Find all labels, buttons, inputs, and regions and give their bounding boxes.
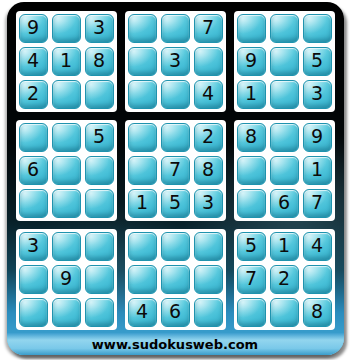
given-digit: 7 <box>311 193 323 212</box>
given-digit: 1 <box>245 84 257 103</box>
cell-r5c6[interactable]: 8 <box>194 156 223 185</box>
cell-r4c2[interactable] <box>52 123 81 152</box>
given-digit: 3 <box>202 193 214 212</box>
cell-r3c4[interactable] <box>128 80 157 109</box>
cell-r9c7[interactable] <box>237 298 266 327</box>
cell-r8c3[interactable] <box>85 265 114 294</box>
cell-r7c8[interactable]: 1 <box>270 232 299 261</box>
cell-r6c2[interactable] <box>52 189 81 218</box>
given-digit: 8 <box>93 51 105 70</box>
cell-r1c6[interactable]: 7 <box>194 14 223 43</box>
given-digit: 5 <box>311 51 323 70</box>
cell-r2c2[interactable]: 1 <box>52 47 81 76</box>
given-digit: 4 <box>27 51 39 70</box>
cell-r2c8[interactable] <box>270 47 299 76</box>
cell-r5c7[interactable] <box>237 156 266 185</box>
given-digit: 4 <box>202 84 214 103</box>
cell-r8c5[interactable] <box>161 265 190 294</box>
cell-r2c5[interactable]: 3 <box>161 47 190 76</box>
cell-r8c1[interactable] <box>19 265 48 294</box>
box-3-2: 46 <box>125 229 226 330</box>
cell-r2c9[interactable]: 5 <box>303 47 332 76</box>
cell-r2c7[interactable]: 9 <box>237 47 266 76</box>
cell-r3c1[interactable]: 2 <box>19 80 48 109</box>
cell-r6c8[interactable]: 6 <box>270 189 299 218</box>
given-digit: 4 <box>136 302 148 321</box>
given-digit: 9 <box>27 18 39 37</box>
cell-r1c4[interactable] <box>128 14 157 43</box>
cell-r8c4[interactable] <box>128 265 157 294</box>
cell-r9c8[interactable] <box>270 298 299 327</box>
footer-bar: www.sudokusweb.com <box>7 333 344 355</box>
box-2-3: 89167 <box>234 120 335 221</box>
given-digit: 3 <box>311 84 323 103</box>
cell-r8c7[interactable]: 7 <box>237 265 266 294</box>
cell-r3c5[interactable] <box>161 80 190 109</box>
cell-r6c9[interactable]: 7 <box>303 189 332 218</box>
cell-r9c4[interactable]: 4 <box>128 298 157 327</box>
cell-r5c1[interactable]: 6 <box>19 156 48 185</box>
given-digit: 8 <box>245 127 257 146</box>
cell-r4c1[interactable] <box>19 123 48 152</box>
cell-r8c2[interactable]: 9 <box>52 265 81 294</box>
sudoku-app: 934182734951356278153891673946514728 www… <box>7 2 344 355</box>
given-digit: 3 <box>93 18 105 37</box>
cell-r3c3[interactable] <box>85 80 114 109</box>
cell-r8c6[interactable] <box>194 265 223 294</box>
cell-r8c9[interactable] <box>303 265 332 294</box>
given-digit: 8 <box>202 160 214 179</box>
given-digit: 4 <box>311 236 323 255</box>
box-3-3: 514728 <box>234 229 335 330</box>
cell-r6c6[interactable]: 3 <box>194 189 223 218</box>
box-2-2: 278153 <box>125 120 226 221</box>
given-digit: 6 <box>169 302 181 321</box>
given-digit: 1 <box>278 236 290 255</box>
box-1-2: 734 <box>125 11 226 112</box>
cell-r4c6[interactable]: 2 <box>194 123 223 152</box>
cell-r1c7[interactable] <box>237 14 266 43</box>
cell-r1c9[interactable] <box>303 14 332 43</box>
cell-r4c8[interactable] <box>270 123 299 152</box>
given-digit: 2 <box>27 84 39 103</box>
cell-r3c9[interactable]: 3 <box>303 80 332 109</box>
cell-r6c1[interactable] <box>19 189 48 218</box>
given-digit: 7 <box>202 18 214 37</box>
cell-r6c3[interactable] <box>85 189 114 218</box>
cell-r5c3[interactable] <box>85 156 114 185</box>
cell-r5c8[interactable] <box>270 156 299 185</box>
given-digit: 7 <box>169 160 181 179</box>
given-digit: 2 <box>278 269 290 288</box>
cell-r6c4[interactable]: 1 <box>128 189 157 218</box>
cell-r7c1[interactable]: 3 <box>19 232 48 261</box>
cell-r6c5[interactable]: 5 <box>161 189 190 218</box>
cell-r6c7[interactable] <box>237 189 266 218</box>
given-digit: 7 <box>245 269 257 288</box>
cell-r7c3[interactable] <box>85 232 114 261</box>
given-digit: 1 <box>311 160 323 179</box>
cell-r2c1[interactable]: 4 <box>19 47 48 76</box>
cell-r5c2[interactable] <box>52 156 81 185</box>
given-digit: 6 <box>278 193 290 212</box>
sudoku-board: 934182734951356278153891673946514728 <box>16 11 335 330</box>
box-3-1: 39 <box>16 229 117 330</box>
cell-r3c8[interactable] <box>270 80 299 109</box>
cell-r2c4[interactable] <box>128 47 157 76</box>
box-2-1: 56 <box>16 120 117 221</box>
given-digit: 5 <box>169 193 181 212</box>
given-digit: 1 <box>136 193 148 212</box>
box-1-3: 9513 <box>234 11 335 112</box>
cell-r2c6[interactable] <box>194 47 223 76</box>
footer-url[interactable]: www.sudokusweb.com <box>92 337 258 352</box>
cell-r7c9[interactable]: 4 <box>303 232 332 261</box>
cell-r4c4[interactable] <box>128 123 157 152</box>
given-digit: 9 <box>245 51 257 70</box>
cell-r2c3[interactable]: 8 <box>85 47 114 76</box>
cell-r5c4[interactable] <box>128 156 157 185</box>
cell-r4c3[interactable]: 5 <box>85 123 114 152</box>
cell-r4c9[interactable]: 9 <box>303 123 332 152</box>
given-digit: 3 <box>27 236 39 255</box>
cell-r7c4[interactable] <box>128 232 157 261</box>
cell-r1c2[interactable] <box>52 14 81 43</box>
cell-r1c8[interactable] <box>270 14 299 43</box>
cell-r9c9[interactable]: 8 <box>303 298 332 327</box>
given-digit: 8 <box>311 302 323 321</box>
cell-r4c7[interactable]: 8 <box>237 123 266 152</box>
cell-r4c5[interactable] <box>161 123 190 152</box>
cell-r7c6[interactable] <box>194 232 223 261</box>
given-digit: 5 <box>93 127 105 146</box>
cell-r5c5[interactable]: 7 <box>161 156 190 185</box>
cell-r9c6[interactable] <box>194 298 223 327</box>
cell-r3c7[interactable]: 1 <box>237 80 266 109</box>
cell-r3c6[interactable]: 4 <box>194 80 223 109</box>
cell-r9c2[interactable] <box>52 298 81 327</box>
cell-r9c1[interactable] <box>19 298 48 327</box>
cell-r8c8[interactable]: 2 <box>270 265 299 294</box>
cell-r9c3[interactable] <box>85 298 114 327</box>
cell-r7c2[interactable] <box>52 232 81 261</box>
given-digit: 3 <box>169 51 181 70</box>
box-1-1: 934182 <box>16 11 117 112</box>
given-digit: 2 <box>202 127 214 146</box>
cell-r9c5[interactable]: 6 <box>161 298 190 327</box>
cell-r7c5[interactable] <box>161 232 190 261</box>
given-digit: 1 <box>60 51 72 70</box>
cell-r1c3[interactable]: 3 <box>85 14 114 43</box>
given-digit: 9 <box>311 127 323 146</box>
cell-r7c7[interactable]: 5 <box>237 232 266 261</box>
cell-r1c5[interactable] <box>161 14 190 43</box>
cell-r5c9[interactable]: 1 <box>303 156 332 185</box>
given-digit: 9 <box>60 269 72 288</box>
given-digit: 6 <box>27 160 39 179</box>
given-digit: 5 <box>245 236 257 255</box>
cell-r3c2[interactable] <box>52 80 81 109</box>
cell-r1c1[interactable]: 9 <box>19 14 48 43</box>
